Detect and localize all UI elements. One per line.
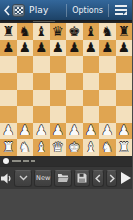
white-pawn: ♟ [85, 124, 97, 138]
square-f7[interactable]: ♟ [83, 40, 100, 57]
square-f6[interactable] [83, 56, 100, 73]
white-knight: ♞ [19, 140, 31, 154]
white-bishop: ♝ [35, 140, 47, 154]
player-status-text-illegible [12, 160, 35, 162]
black-knight: ♞ [101, 24, 113, 38]
chess-app-screen: Play Options ♜♞♝♛♚♝♞♜♟♟♟♟♟♟♟♟♟♟♟♟♟♟♟♟♜♞♝… [0, 0, 132, 220]
volume-icon [1, 173, 12, 184]
square-c7[interactable]: ♟ [33, 40, 50, 57]
square-h7[interactable]: ♟ [116, 40, 133, 57]
white-knight: ♞ [101, 140, 113, 154]
square-g8[interactable]: ♞ [99, 23, 116, 40]
white-pawn: ♟ [101, 124, 113, 138]
square-h1[interactable]: ♜ [116, 139, 133, 156]
square-d2[interactable]: ♟ [50, 123, 67, 140]
square-h2[interactable]: ♟ [116, 123, 133, 140]
square-c8[interactable]: ♝ [33, 23, 50, 40]
square-a1[interactable]: ♜ [0, 139, 17, 156]
square-g6[interactable] [99, 56, 116, 73]
menu-icon[interactable] [115, 5, 127, 15]
play-forward-button[interactable] [120, 170, 131, 187]
square-d3[interactable] [50, 106, 67, 123]
square-g1[interactable]: ♞ [99, 139, 116, 156]
square-g7[interactable]: ♟ [99, 40, 116, 57]
square-e4[interactable] [66, 90, 83, 107]
square-f3[interactable] [83, 106, 100, 123]
white-queen: ♛ [52, 140, 64, 154]
square-b8[interactable]: ♞ [17, 23, 34, 40]
square-h5[interactable] [116, 73, 133, 90]
next-move-button[interactable] [106, 170, 118, 187]
divider [66, 4, 67, 17]
black-pawn: ♟ [118, 41, 130, 55]
page-title: Play [29, 5, 49, 15]
white-bishop: ♝ [85, 140, 97, 154]
bottom-toolbar: New [0, 166, 132, 189]
square-g5[interactable] [99, 73, 116, 90]
open-folder-icon [57, 173, 69, 183]
chess-board: ♜♞♝♛♚♝♞♜♟♟♟♟♟♟♟♟♟♟♟♟♟♟♟♟♜♞♝♛♚♝♞♜ [0, 23, 132, 156]
title-bar: Play Options [0, 0, 132, 20]
white-pawn: ♟ [2, 124, 14, 138]
white-pawn: ♟ [52, 124, 64, 138]
square-b3[interactable] [17, 106, 34, 123]
play-icon [121, 172, 131, 184]
black-pawn: ♟ [85, 41, 97, 55]
black-rook: ♜ [118, 24, 130, 38]
square-e7[interactable]: ♟ [66, 40, 83, 57]
square-e1[interactable]: ♚ [66, 139, 83, 156]
square-c4[interactable] [33, 90, 50, 107]
square-h3[interactable] [116, 106, 133, 123]
square-f5[interactable] [83, 73, 100, 90]
app-icon [12, 4, 25, 17]
save-icon [77, 173, 87, 183]
square-a7[interactable]: ♟ [0, 40, 17, 57]
square-a8[interactable]: ♜ [0, 23, 17, 40]
square-d8[interactable]: ♛ [50, 23, 67, 40]
collapse-toolbar-button[interactable] [14, 170, 32, 187]
chevron-right-icon [109, 174, 115, 183]
volume-button[interactable] [1, 170, 12, 187]
square-a2[interactable]: ♟ [0, 123, 17, 140]
square-e3[interactable] [66, 106, 83, 123]
black-pawn: ♟ [19, 41, 31, 55]
square-f2[interactable]: ♟ [83, 123, 100, 140]
black-queen: ♛ [52, 24, 64, 38]
square-d4[interactable] [50, 90, 67, 107]
square-a4[interactable] [0, 90, 17, 107]
white-pawn: ♟ [19, 124, 31, 138]
black-pawn: ♟ [2, 41, 14, 55]
square-e2[interactable]: ♟ [66, 123, 83, 140]
black-bishop: ♝ [35, 24, 47, 38]
white-pawn: ♟ [68, 124, 80, 138]
square-c1[interactable]: ♝ [33, 139, 50, 156]
square-e5[interactable] [66, 73, 83, 90]
black-bishop: ♝ [85, 24, 97, 38]
square-d6[interactable] [50, 56, 67, 73]
square-b7[interactable]: ♟ [17, 40, 34, 57]
square-c3[interactable] [33, 106, 50, 123]
square-g2[interactable]: ♟ [99, 123, 116, 140]
square-c2[interactable]: ♟ [33, 123, 50, 140]
black-pawn: ♟ [101, 41, 113, 55]
square-a5[interactable] [0, 73, 17, 90]
square-b1[interactable]: ♞ [17, 139, 34, 156]
square-e6[interactable] [66, 56, 83, 73]
opponent-status-text-illegible [33, 21, 55, 22]
square-b2[interactable]: ♟ [17, 123, 34, 140]
options-button[interactable]: Options [71, 4, 104, 17]
previous-move-button[interactable] [92, 170, 104, 187]
square-g3[interactable] [99, 106, 116, 123]
checkerboard-icon [15, 7, 23, 14]
open-game-button[interactable] [54, 170, 72, 187]
square-f4[interactable] [83, 90, 100, 107]
square-h8[interactable]: ♜ [116, 23, 133, 40]
back-chevron-icon [4, 5, 10, 16]
black-knight: ♞ [19, 24, 31, 38]
square-b5[interactable] [17, 73, 34, 90]
white-king: ♚ [68, 140, 80, 154]
black-king: ♚ [68, 24, 80, 38]
square-f1[interactable]: ♝ [83, 139, 100, 156]
square-b6[interactable] [17, 56, 34, 73]
square-a6[interactable] [0, 56, 17, 73]
back-button[interactable] [3, 4, 10, 16]
black-rook: ♜ [2, 24, 14, 38]
square-d1[interactable]: ♛ [50, 139, 67, 156]
square-f8[interactable]: ♝ [83, 23, 100, 40]
player-status-strip [0, 156, 132, 166]
white-pawn: ♟ [35, 124, 47, 138]
new-game-label: New [36, 174, 50, 182]
white-turn-indicator-dot [3, 158, 9, 164]
black-pawn: ♟ [68, 41, 80, 55]
white-rook: ♜ [2, 140, 14, 154]
square-c5[interactable] [33, 73, 50, 90]
save-game-button[interactable] [74, 170, 90, 187]
square-a3[interactable] [0, 106, 17, 123]
square-b4[interactable] [17, 90, 34, 107]
chevron-left-icon [95, 174, 101, 183]
square-h4[interactable] [116, 90, 133, 107]
black-pawn: ♟ [35, 41, 47, 55]
black-pawn: ♟ [52, 41, 64, 55]
new-game-button[interactable]: New [34, 170, 52, 187]
white-rook: ♜ [118, 140, 130, 154]
square-g4[interactable] [99, 90, 116, 107]
square-c6[interactable] [33, 56, 50, 73]
empty-bottom-area [0, 189, 132, 220]
square-d7[interactable]: ♟ [50, 40, 67, 57]
square-d5[interactable] [50, 73, 67, 90]
square-h6[interactable] [116, 56, 133, 73]
chevron-down-icon [19, 175, 28, 181]
square-e8[interactable]: ♚ [66, 23, 83, 40]
divider [108, 4, 109, 17]
white-pawn: ♟ [118, 124, 130, 138]
